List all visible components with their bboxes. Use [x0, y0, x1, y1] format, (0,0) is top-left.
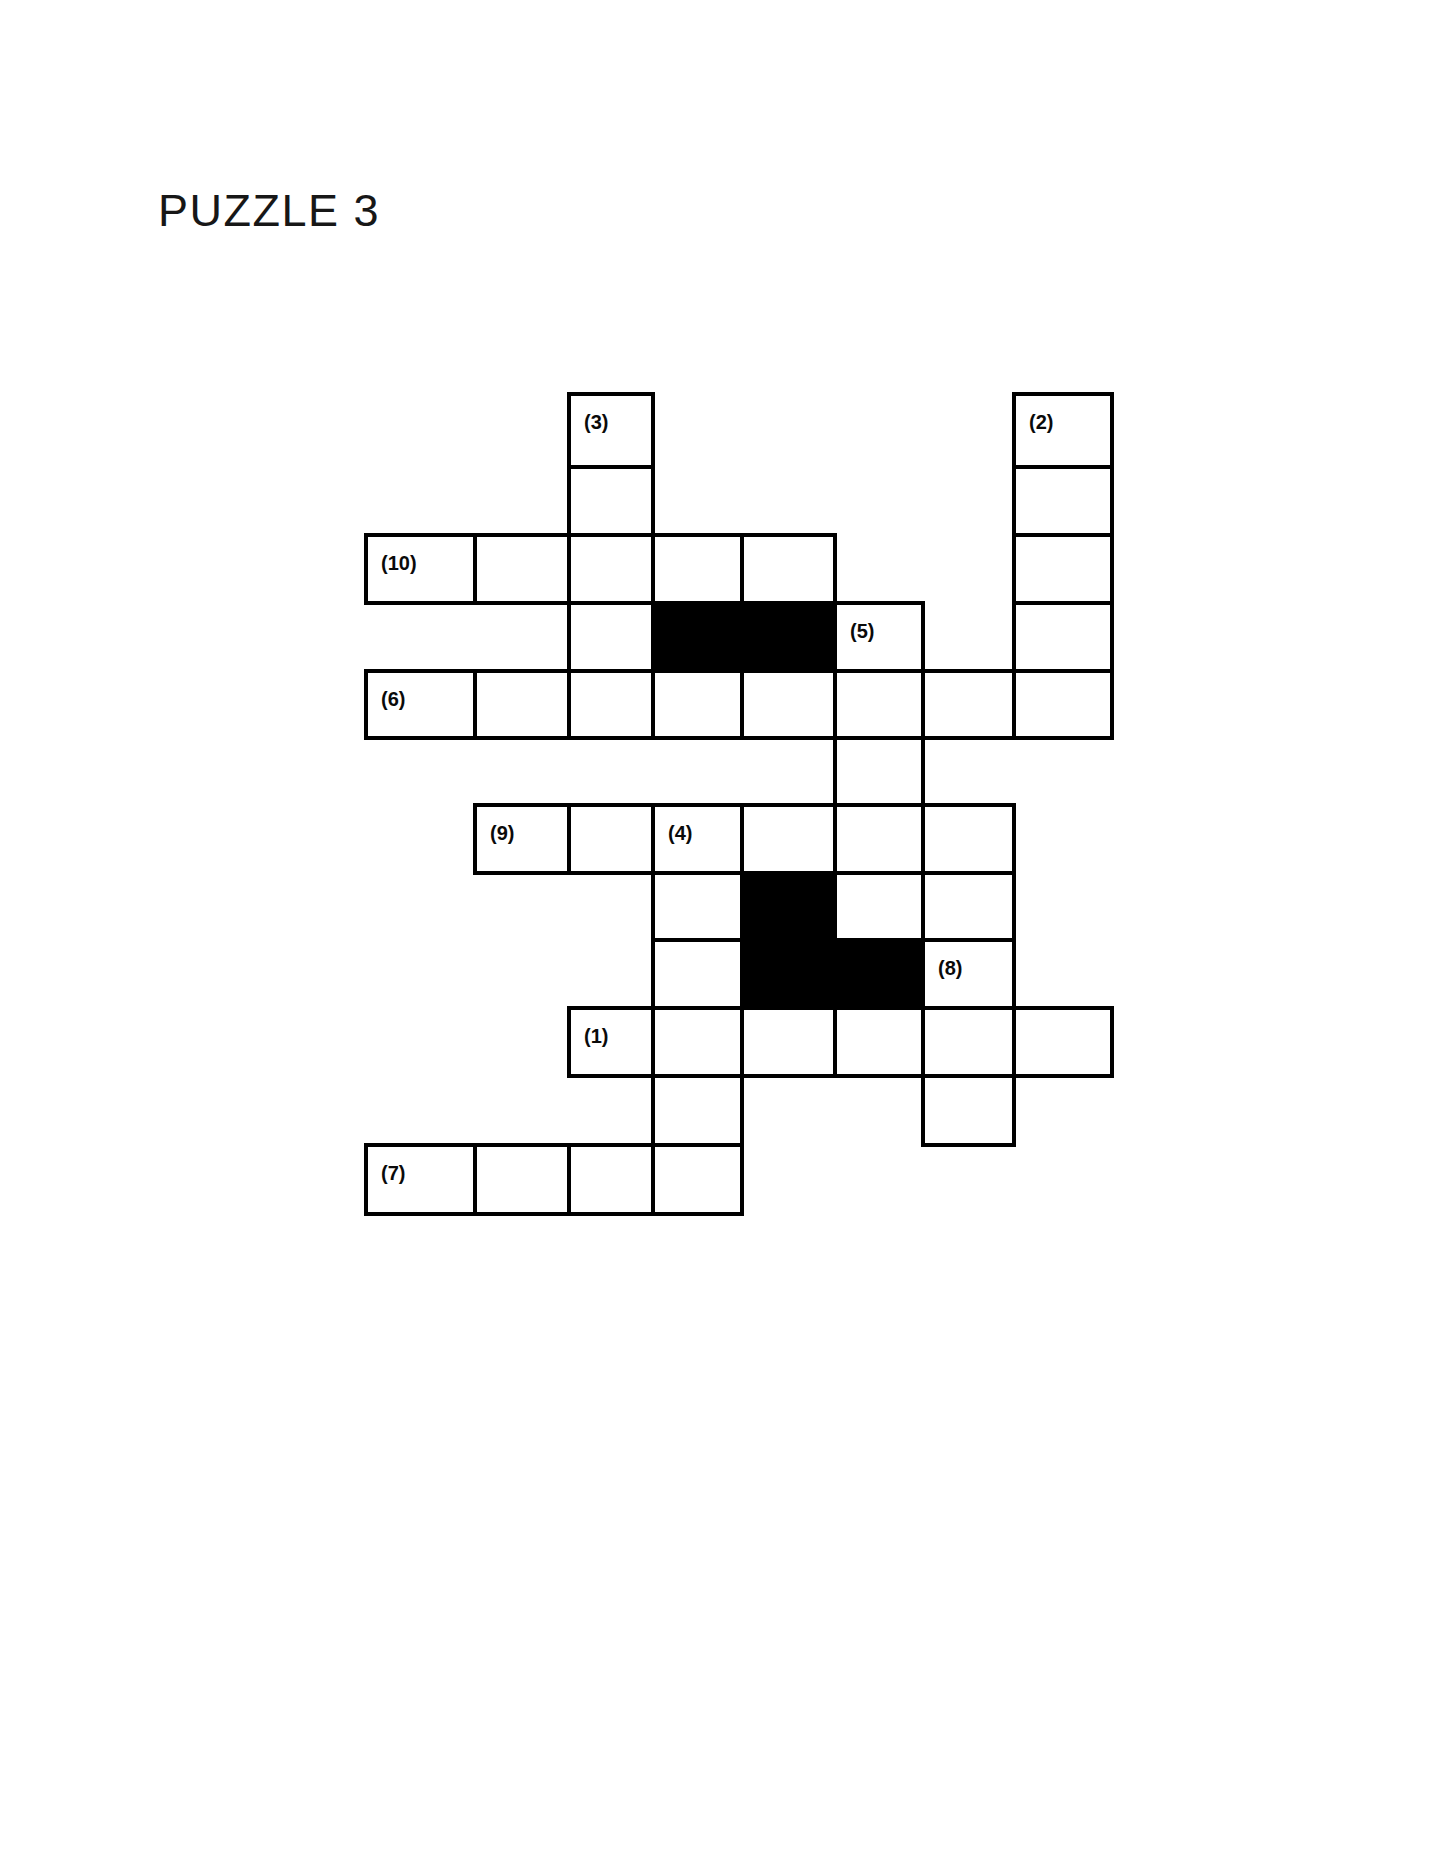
clue-number: (9)	[490, 822, 514, 844]
grid-cell[interactable]	[651, 1006, 744, 1078]
grid-cell[interactable]	[567, 669, 655, 740]
grid-cell[interactable]	[567, 601, 655, 673]
puzzle-page: PUZZLE 3 (3)(2)(10)(5)(6)(9)(4)(8)(1)(7)	[0, 0, 1445, 1871]
grid-cell[interactable]: (1)	[567, 1006, 655, 1078]
grid-cell[interactable]	[833, 1006, 925, 1078]
black-cell	[740, 938, 837, 1010]
grid-cell[interactable]: (9)	[473, 803, 571, 875]
grid-cell[interactable]	[1012, 533, 1114, 605]
clue-number: (4)	[668, 822, 692, 844]
grid-cell[interactable]: (5)	[833, 601, 925, 673]
grid-cell[interactable]: (10)	[364, 533, 477, 605]
grid-cell[interactable]	[1012, 601, 1114, 673]
grid-cell[interactable]	[921, 871, 1016, 942]
clue-number: (6)	[381, 688, 405, 710]
clue-number: (1)	[584, 1025, 608, 1047]
clue-number: (10)	[381, 552, 417, 574]
clue-number: (3)	[584, 411, 608, 433]
black-cell	[740, 871, 837, 942]
crossword-board: (3)(2)(10)(5)(6)(9)(4)(8)(1)(7)	[0, 0, 1445, 1871]
grid-cell[interactable]: (6)	[364, 669, 477, 740]
grid-cell[interactable]	[567, 533, 655, 605]
grid-cell[interactable]	[1012, 465, 1114, 537]
grid-cell[interactable]	[740, 669, 837, 740]
black-cell	[651, 601, 744, 673]
clue-number: (2)	[1029, 411, 1053, 433]
grid-cell[interactable]	[651, 938, 744, 1010]
grid-cell[interactable]	[833, 736, 925, 807]
grid-cell[interactable]: (4)	[651, 803, 744, 875]
grid-cell[interactable]	[567, 803, 655, 875]
grid-cell[interactable]	[921, 1006, 1016, 1078]
grid-cell[interactable]	[473, 1143, 571, 1216]
grid-cell[interactable]	[567, 1143, 655, 1216]
grid-cell[interactable]	[1012, 1006, 1114, 1078]
clue-number: (5)	[850, 620, 874, 642]
grid-cell[interactable]: (7)	[364, 1143, 477, 1216]
grid-cell[interactable]	[651, 669, 744, 740]
grid-cell[interactable]	[921, 1074, 1016, 1147]
grid-cell[interactable]	[1012, 669, 1114, 740]
grid-cell[interactable]	[833, 803, 925, 875]
black-cell	[833, 938, 925, 1010]
clue-number: (8)	[938, 957, 962, 979]
grid-cell[interactable]	[567, 465, 655, 537]
grid-cell[interactable]	[833, 871, 925, 942]
black-cell	[740, 601, 837, 673]
grid-cell[interactable]	[740, 533, 837, 605]
grid-cell[interactable]	[651, 871, 744, 942]
grid-cell[interactable]	[921, 669, 1016, 740]
grid-cell[interactable]	[833, 669, 925, 740]
grid-cell[interactable]	[473, 533, 571, 605]
grid-cell[interactable]: (2)	[1012, 392, 1114, 469]
grid-cell[interactable]	[921, 803, 1016, 875]
clue-number: (7)	[381, 1162, 405, 1184]
grid-cell[interactable]: (3)	[567, 392, 655, 469]
grid-cell[interactable]	[473, 669, 571, 740]
grid-cell[interactable]	[740, 1006, 837, 1078]
grid-cell[interactable]	[651, 1074, 744, 1147]
grid-cell[interactable]	[740, 803, 837, 875]
grid-cell[interactable]	[651, 533, 744, 605]
grid-cell[interactable]	[651, 1143, 744, 1216]
grid-cell[interactable]: (8)	[921, 938, 1016, 1010]
